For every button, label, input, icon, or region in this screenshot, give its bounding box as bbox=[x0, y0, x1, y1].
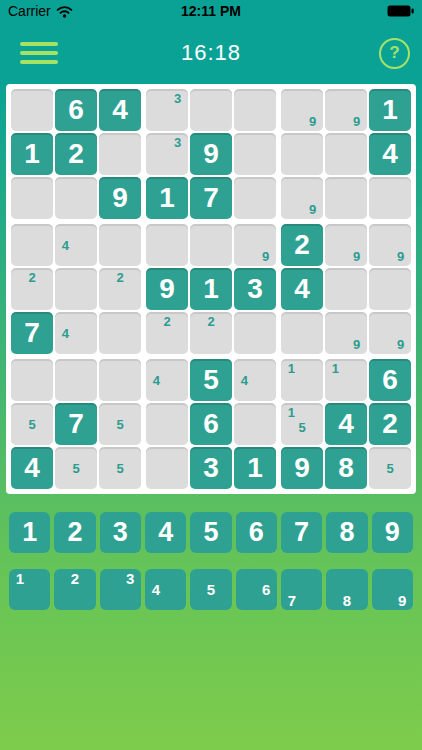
cell-r1c4[interactable]: 3 bbox=[146, 89, 188, 131]
pencil-button-5[interactable]: 5 bbox=[190, 569, 231, 610]
cell-r3c8[interactable] bbox=[325, 177, 367, 219]
pencil-mark-digit: 4 bbox=[151, 373, 162, 388]
pencil-mark-digit: 1 bbox=[286, 361, 297, 376]
pencil-marks: 2 bbox=[16, 270, 48, 308]
pencil-mark-digit: 1 bbox=[330, 361, 341, 376]
cell-r1c6[interactable] bbox=[234, 89, 276, 131]
cell-r3c7[interactable]: 9 bbox=[281, 177, 323, 219]
cell-value: 2 bbox=[55, 133, 97, 175]
cell-value: 6 bbox=[190, 403, 232, 445]
cell-r7c3[interactable] bbox=[99, 359, 141, 401]
question-mark-label: ? bbox=[389, 43, 399, 63]
pencil-button-4[interactable]: 4 bbox=[145, 569, 186, 610]
cell-r4c3[interactable] bbox=[99, 224, 141, 266]
cell-r8c5[interactable]: 6 bbox=[190, 403, 232, 445]
status-bar: Carrier 12:11 PM bbox=[0, 0, 422, 22]
pencil-mark-digit: 5 bbox=[385, 461, 396, 476]
pencil-marks: 2 bbox=[104, 270, 136, 308]
cell-r1c5[interactable] bbox=[190, 89, 232, 131]
pencil-marks: 9 bbox=[330, 226, 362, 264]
cell-value: 4 bbox=[281, 268, 323, 310]
pencil-mark-digit: 5 bbox=[297, 420, 308, 435]
cell-r2c2[interactable]: 2 bbox=[55, 133, 97, 175]
cell-r5c3[interactable]: 2 bbox=[99, 268, 141, 310]
cell-r8c4[interactable] bbox=[146, 403, 188, 445]
pencil-marks: 4 bbox=[151, 361, 183, 399]
fill-button-4[interactable]: 4 bbox=[145, 512, 186, 553]
pencil-mark-digit: 5 bbox=[115, 461, 126, 476]
cell-value: 7 bbox=[55, 403, 97, 445]
board-box: 991322 bbox=[146, 224, 276, 354]
cell-value: 3 bbox=[234, 268, 276, 310]
cell-r8c2[interactable]: 7 bbox=[55, 403, 97, 445]
cell-r9c1[interactable]: 4 bbox=[11, 447, 53, 489]
cell-value: 1 bbox=[369, 89, 411, 131]
pencil-mark-digit: 9 bbox=[397, 592, 407, 609]
pencil-marks: 9 bbox=[374, 226, 406, 264]
cell-r6c1[interactable]: 7 bbox=[11, 312, 53, 354]
board-box: 575455 bbox=[11, 359, 141, 489]
cell-value: 8 bbox=[325, 447, 367, 489]
cell-r6c7[interactable] bbox=[281, 312, 323, 354]
cell-r5c4[interactable]: 9 bbox=[146, 268, 188, 310]
pencil-marks: 4 bbox=[239, 361, 271, 399]
pencil-mark-digit: 7 bbox=[287, 592, 297, 609]
pencil-marks: 1 bbox=[15, 570, 44, 609]
cell-r2c8[interactable] bbox=[325, 133, 367, 175]
pencil-mark-digit: 2 bbox=[27, 270, 38, 285]
pencil-marks: 9 bbox=[330, 91, 362, 129]
pencil-marks: 5 bbox=[16, 405, 48, 443]
cell-r6c5[interactable]: 2 bbox=[190, 312, 232, 354]
pencil-marks: 3 bbox=[106, 570, 135, 609]
pencil-mark-digit: 1 bbox=[286, 405, 297, 420]
status-time: 12:11 PM bbox=[0, 3, 422, 19]
pencil-mark-digit: 4 bbox=[60, 238, 71, 253]
cell-r4c9[interactable]: 9 bbox=[369, 224, 411, 266]
cell-r5c7[interactable]: 4 bbox=[281, 268, 323, 310]
pencil-mark-digit: 4 bbox=[60, 326, 71, 341]
cell-r3c3[interactable]: 9 bbox=[99, 177, 141, 219]
cell-r1c7[interactable]: 9 bbox=[281, 89, 323, 131]
pencil-button-6[interactable]: 6 bbox=[236, 569, 277, 610]
cell-r8c8[interactable]: 4 bbox=[325, 403, 367, 445]
pencil-mark-digit: 2 bbox=[115, 270, 126, 285]
pencil-mark-digit: 1 bbox=[15, 570, 25, 587]
cell-r3c4[interactable]: 1 bbox=[146, 177, 188, 219]
cell-value: 4 bbox=[11, 447, 53, 489]
pencil-mark-digit: 9 bbox=[351, 337, 362, 352]
cell-r5c1[interactable]: 2 bbox=[11, 268, 53, 310]
cell-r8c1[interactable]: 5 bbox=[11, 403, 53, 445]
pencil-marks: 1 bbox=[330, 361, 362, 399]
pencil-marks: 5 bbox=[104, 449, 136, 487]
cell-r5c5[interactable]: 1 bbox=[190, 268, 232, 310]
cell-r4c1[interactable] bbox=[11, 224, 53, 266]
pencil-mark-digit: 3 bbox=[172, 135, 183, 150]
cell-value: 6 bbox=[55, 89, 97, 131]
cell-r2c5[interactable]: 9 bbox=[190, 133, 232, 175]
cell-r2c7[interactable] bbox=[281, 133, 323, 175]
pencil-button-8[interactable]: 8 bbox=[326, 569, 367, 610]
cell-r5c2[interactable] bbox=[55, 268, 97, 310]
pencil-marks: 3 bbox=[151, 135, 183, 173]
cell-r9c5[interactable]: 3 bbox=[190, 447, 232, 489]
pencil-mark-digit: 9 bbox=[351, 114, 362, 129]
cell-value: 9 bbox=[99, 177, 141, 219]
fill-button-8[interactable]: 8 bbox=[326, 512, 367, 553]
cell-r8c3[interactable]: 5 bbox=[99, 403, 141, 445]
cell-r1c1[interactable] bbox=[11, 89, 53, 131]
pencil-button-9[interactable]: 9 bbox=[372, 569, 413, 610]
pencil-marks: 8 bbox=[332, 570, 361, 609]
pencil-marks: 15 bbox=[286, 405, 318, 443]
cell-r4c5[interactable] bbox=[190, 224, 232, 266]
cell-r8c9[interactable]: 2 bbox=[369, 403, 411, 445]
fill-button-9[interactable]: 9 bbox=[372, 512, 413, 553]
board-box: 33917 bbox=[146, 89, 276, 219]
cell-r7c7[interactable]: 1 bbox=[281, 359, 323, 401]
pencil-marks: 4 bbox=[60, 314, 92, 352]
pencil-marks: 3 bbox=[151, 91, 183, 129]
pencil-mark-digit: 4 bbox=[151, 581, 161, 598]
cell-r3c6[interactable] bbox=[234, 177, 276, 219]
cell-r1c3[interactable]: 4 bbox=[99, 89, 141, 131]
cell-value: 2 bbox=[369, 403, 411, 445]
board-box: 1161542985 bbox=[281, 359, 411, 489]
pencil-button-2[interactable]: 2 bbox=[54, 569, 95, 610]
pencil-mark-digit: 5 bbox=[206, 581, 216, 598]
cell-r7c4[interactable]: 4 bbox=[146, 359, 188, 401]
cell-r7c9[interactable]: 6 bbox=[369, 359, 411, 401]
pencil-marks: 1 bbox=[286, 361, 318, 399]
pencil-mark-digit: 5 bbox=[27, 417, 38, 432]
cell-r6c4[interactable]: 2 bbox=[146, 312, 188, 354]
cell-r9c7[interactable]: 9 bbox=[281, 447, 323, 489]
board-box: 64129 bbox=[11, 89, 141, 219]
cell-r1c8[interactable]: 9 bbox=[325, 89, 367, 131]
pencil-marks: 9 bbox=[374, 314, 406, 352]
numpad-fill: 123456789 bbox=[9, 512, 413, 553]
cell-r9c8[interactable]: 8 bbox=[325, 447, 367, 489]
pencil-mark-digit: 2 bbox=[162, 314, 173, 329]
pencil-marks: 5 bbox=[60, 449, 92, 487]
pencil-mark-digit: 8 bbox=[342, 592, 352, 609]
cell-r6c6[interactable] bbox=[234, 312, 276, 354]
cell-r8c6[interactable] bbox=[234, 403, 276, 445]
pencil-marks: 4 bbox=[60, 226, 92, 264]
pencil-mark-digit: 9 bbox=[395, 337, 406, 352]
pencil-marks: 2 bbox=[151, 314, 183, 352]
pencil-button-3[interactable]: 3 bbox=[100, 569, 141, 610]
pencil-marks: 5 bbox=[374, 449, 406, 487]
pencil-button-7[interactable]: 7 bbox=[281, 569, 322, 610]
pencil-marks: 5 bbox=[196, 570, 225, 609]
pencil-marks: 2 bbox=[60, 570, 89, 609]
cell-r7c6[interactable]: 4 bbox=[234, 359, 276, 401]
fill-button-1[interactable]: 1 bbox=[9, 512, 50, 553]
pencil-marks: 9 bbox=[286, 91, 318, 129]
pencil-button-1[interactable]: 1 bbox=[9, 569, 50, 610]
fill-button-7[interactable]: 7 bbox=[281, 512, 322, 553]
cell-r5c8[interactable] bbox=[325, 268, 367, 310]
pencil-marks: 2 bbox=[195, 314, 227, 352]
cell-r2c3[interactable] bbox=[99, 133, 141, 175]
cell-value: 1 bbox=[11, 133, 53, 175]
cell-value: 2 bbox=[281, 224, 323, 266]
fill-button-3[interactable]: 3 bbox=[100, 512, 141, 553]
cell-r7c5[interactable]: 5 bbox=[190, 359, 232, 401]
cell-r2c6[interactable] bbox=[234, 133, 276, 175]
cell-r4c7[interactable]: 2 bbox=[281, 224, 323, 266]
board-box: 454631 bbox=[146, 359, 276, 489]
cell-r6c3[interactable] bbox=[99, 312, 141, 354]
cell-value: 1 bbox=[234, 447, 276, 489]
header: 16:18 ? bbox=[0, 22, 422, 84]
cell-r4c6[interactable]: 9 bbox=[234, 224, 276, 266]
pencil-marks: 9 bbox=[378, 570, 407, 609]
pencil-mark-digit: 9 bbox=[351, 249, 362, 264]
pencil-marks: 9 bbox=[286, 179, 318, 217]
pencil-mark-digit: 5 bbox=[115, 417, 126, 432]
cell-r9c3[interactable]: 5 bbox=[99, 447, 141, 489]
cell-r8c7[interactable]: 15 bbox=[281, 403, 323, 445]
cell-r1c9[interactable]: 1 bbox=[369, 89, 411, 131]
pencil-marks: 9 bbox=[330, 314, 362, 352]
cell-r7c2[interactable] bbox=[55, 359, 97, 401]
cell-value: 3 bbox=[190, 447, 232, 489]
pencil-mark-digit: 9 bbox=[307, 114, 318, 129]
fill-button-2[interactable]: 2 bbox=[54, 512, 95, 553]
cell-r2c9[interactable]: 4 bbox=[369, 133, 411, 175]
pencil-mark-digit: 9 bbox=[307, 202, 318, 217]
pencil-mark-digit: 3 bbox=[125, 570, 135, 587]
cell-value: 9 bbox=[146, 268, 188, 310]
cell-r5c9[interactable] bbox=[369, 268, 411, 310]
board-grid: 6412933917991494227499132229949957545545… bbox=[11, 89, 411, 489]
pencil-mark-digit: 9 bbox=[395, 249, 406, 264]
cell-r3c5[interactable]: 7 bbox=[190, 177, 232, 219]
numpad-pencil: 123456789 bbox=[9, 569, 413, 610]
pencil-mark-digit: 3 bbox=[172, 91, 183, 106]
cell-r4c4[interactable] bbox=[146, 224, 188, 266]
cell-value: 1 bbox=[190, 268, 232, 310]
cell-r9c9[interactable]: 5 bbox=[369, 447, 411, 489]
pencil-marks: 4 bbox=[151, 570, 180, 609]
cell-r3c1[interactable] bbox=[11, 177, 53, 219]
cell-value: 9 bbox=[190, 133, 232, 175]
cell-r3c2[interactable] bbox=[55, 177, 97, 219]
help-button[interactable]: ? bbox=[379, 38, 410, 69]
cell-r2c1[interactable]: 1 bbox=[11, 133, 53, 175]
fill-button-5[interactable]: 5 bbox=[190, 512, 231, 553]
hamburger-icon bbox=[20, 42, 58, 64]
timer: 16:18 bbox=[0, 40, 422, 66]
cell-value: 9 bbox=[281, 447, 323, 489]
pencil-mark-digit: 9 bbox=[260, 249, 271, 264]
cell-r1c2[interactable]: 6 bbox=[55, 89, 97, 131]
sudoku-board: 6412933917991494227499132229949957545545… bbox=[6, 84, 416, 494]
pencil-mark-digit: 5 bbox=[71, 461, 82, 476]
cell-r4c8[interactable]: 9 bbox=[325, 224, 367, 266]
cell-r4c2[interactable]: 4 bbox=[55, 224, 97, 266]
cell-r5c6[interactable]: 3 bbox=[234, 268, 276, 310]
cell-r3c9[interactable] bbox=[369, 177, 411, 219]
fill-button-6[interactable]: 6 bbox=[236, 512, 277, 553]
cell-r2c4[interactable]: 3 bbox=[146, 133, 188, 175]
cell-r7c8[interactable]: 1 bbox=[325, 359, 367, 401]
menu-button[interactable] bbox=[20, 37, 58, 69]
cell-r6c2[interactable]: 4 bbox=[55, 312, 97, 354]
cell-value: 6 bbox=[369, 359, 411, 401]
cell-r6c8[interactable]: 9 bbox=[325, 312, 367, 354]
cell-r9c6[interactable]: 1 bbox=[234, 447, 276, 489]
pencil-mark-digit: 2 bbox=[206, 314, 217, 329]
sudoku-app: Carrier 12:11 PM 16:18 ? 641293391799 bbox=[0, 0, 422, 750]
cell-value: 1 bbox=[146, 177, 188, 219]
cell-value: 5 bbox=[190, 359, 232, 401]
board-box: 99149 bbox=[281, 89, 411, 219]
cell-value: 4 bbox=[369, 133, 411, 175]
board-box: 299499 bbox=[281, 224, 411, 354]
cell-r9c4[interactable] bbox=[146, 447, 188, 489]
pencil-marks: 9 bbox=[239, 226, 271, 264]
cell-r7c1[interactable] bbox=[11, 359, 53, 401]
cell-r6c9[interactable]: 9 bbox=[369, 312, 411, 354]
pencil-mark-digit: 4 bbox=[239, 373, 250, 388]
pencil-mark-digit: 2 bbox=[70, 570, 80, 587]
board-box: 42274 bbox=[11, 224, 141, 354]
pencil-marks: 6 bbox=[242, 570, 271, 609]
cell-r9c2[interactable]: 5 bbox=[55, 447, 97, 489]
pencil-mark-digit: 6 bbox=[261, 581, 271, 598]
cell-value: 7 bbox=[190, 177, 232, 219]
cell-value: 4 bbox=[99, 89, 141, 131]
pencil-marks: 7 bbox=[287, 570, 316, 609]
cell-value: 7 bbox=[11, 312, 53, 354]
pencil-marks: 5 bbox=[104, 405, 136, 443]
cell-value: 4 bbox=[325, 403, 367, 445]
